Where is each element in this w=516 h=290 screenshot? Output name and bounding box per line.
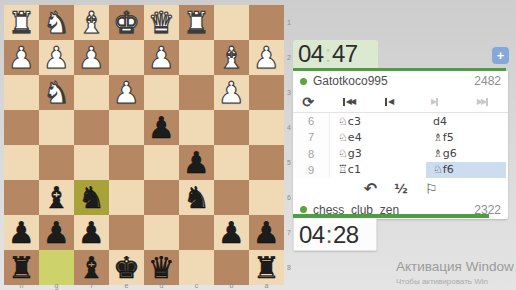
square-e6[interactable] — [109, 180, 144, 215]
square-f4[interactable] — [74, 110, 109, 145]
square-g4[interactable] — [39, 110, 74, 145]
square-h5[interactable] — [4, 145, 39, 180]
black-pawn-icon: ♟ — [39, 215, 74, 250]
square-a3[interactable] — [249, 75, 284, 110]
square-b2[interactable]: ♝ — [214, 40, 249, 75]
white-bishop-icon: ♝ — [214, 40, 249, 75]
move-white-7[interactable]: ♘e4 — [330, 129, 426, 145]
accent-bar-top — [293, 68, 506, 71]
online-indicator — [300, 78, 307, 85]
game-panel-card: Gatotkoco995 2482 ⟳◀◀◀▶▶▶ 6♘c3d47♘e4♗f58… — [293, 71, 508, 219]
square-h6[interactable] — [4, 180, 39, 215]
square-c2[interactable] — [179, 40, 214, 75]
opponent-clock: 04:47 — [293, 40, 378, 68]
move-black-7[interactable]: ♗f5 — [426, 129, 506, 145]
white-knight-icon: ♞ — [39, 5, 74, 40]
square-d4[interactable]: ♟ — [144, 110, 179, 145]
game-action-buttons: ↶½⚐ — [293, 178, 508, 199]
file-label-d: d — [144, 282, 179, 290]
square-g1[interactable]: ♞ — [39, 5, 74, 40]
clock-colon: : — [325, 221, 333, 249]
white-king-icon: ♚ — [109, 5, 144, 40]
square-h1[interactable]: ♜ — [4, 5, 39, 40]
move-list: 6♘c3d47♘e4♗f58♘g3♗g69♖c1♘f6 — [293, 112, 508, 178]
move-number: 8 — [293, 146, 330, 162]
black-pawn-icon: ♟ — [249, 215, 284, 250]
square-g8[interactable] — [39, 250, 74, 285]
square-d6[interactable] — [144, 180, 179, 215]
square-g6[interactable]: ♝ — [39, 180, 74, 215]
square-c5[interactable]: ♟ — [179, 145, 214, 180]
clock-minutes: 04 — [299, 221, 325, 249]
file-label-a: a — [249, 282, 284, 290]
go-last-icon: ▶▶ — [472, 91, 494, 112]
takeback-icon[interactable]: ↶ — [364, 181, 377, 197]
add-time-button[interactable]: + — [492, 47, 509, 64]
square-e4[interactable] — [109, 110, 144, 145]
black-pawn-icon: ♟ — [74, 215, 109, 250]
square-f8[interactable]: ♝ — [74, 250, 109, 285]
square-b1[interactable] — [214, 5, 249, 40]
file-labels: hgfedcba — [4, 282, 284, 290]
move-number: 9 — [293, 162, 330, 178]
rank-label-8: 8 — [287, 250, 295, 285]
file-label-c: c — [179, 282, 214, 290]
white-rook-icon: ♜ — [4, 5, 39, 40]
square-f2[interactable]: ♟ — [74, 40, 109, 75]
white-pawn-icon: ♟ — [144, 40, 179, 75]
move-white-8[interactable]: ♘g3 — [330, 146, 426, 162]
file-label-g: g — [39, 282, 74, 290]
square-b7[interactable]: ♟ — [214, 215, 249, 250]
move-number: 7 — [293, 129, 330, 145]
move-black-9[interactable]: ♘f6 — [426, 162, 506, 178]
square-e2[interactable] — [109, 40, 144, 75]
black-knight-icon: ♞ — [179, 180, 214, 215]
square-a7[interactable]: ♟ — [249, 215, 284, 250]
square-d8[interactable]: ♛ — [144, 250, 179, 285]
white-pawn-icon: ♟ — [109, 75, 144, 110]
watermark-line1: Активация Window — [396, 259, 514, 274]
resign-flag-icon[interactable]: ⚐ — [425, 182, 438, 196]
white-pawn-icon: ♟ — [214, 75, 249, 110]
black-rook-icon: ♜ — [249, 250, 284, 285]
file-label-b: b — [214, 282, 249, 290]
square-e3[interactable]: ♟ — [109, 75, 144, 110]
black-knight-icon: ♞ — [74, 180, 109, 215]
square-f5[interactable] — [74, 145, 109, 180]
square-f1[interactable]: ♝ — [74, 5, 109, 40]
square-d3[interactable] — [144, 75, 179, 110]
player-clock: 04:28 — [293, 219, 377, 251]
square-b6[interactable] — [214, 180, 249, 215]
square-d2[interactable]: ♟ — [144, 40, 179, 75]
square-a8[interactable]: ♜ — [249, 250, 284, 285]
white-knight-icon: ♞ — [39, 75, 74, 110]
square-e5[interactable] — [109, 145, 144, 180]
square-h4[interactable] — [4, 110, 39, 145]
windows-activation-watermark: Активация Window Чтобы активировать Win — [396, 259, 514, 286]
square-a4[interactable] — [249, 110, 284, 145]
square-d7[interactable] — [144, 215, 179, 250]
chess-board: ♜♞♝♚♛♜♟♟♟♟♝♟♞♟♟♟♟♝♞♞♟♟♟♟♟♜♝♚♛♜ — [4, 5, 284, 285]
white-pawn-icon: ♟ — [249, 40, 284, 75]
square-f6[interactable]: ♞ — [74, 180, 109, 215]
square-e7[interactable] — [109, 215, 144, 250]
square-e8[interactable]: ♚ — [109, 250, 144, 285]
move-white-9[interactable]: ♖c1 — [330, 162, 426, 178]
online-indicator — [300, 206, 307, 213]
square-a5[interactable] — [249, 145, 284, 180]
white-rook-icon: ♜ — [179, 5, 214, 40]
square-b3[interactable]: ♟ — [214, 75, 249, 110]
move-number: 6 — [293, 113, 330, 129]
square-b5[interactable] — [214, 145, 249, 180]
square-c4[interactable] — [179, 110, 214, 145]
black-bishop-icon: ♝ — [74, 250, 109, 285]
square-b4[interactable] — [214, 110, 249, 145]
go-next-icon: ▶ — [424, 91, 446, 112]
square-g2[interactable]: ♟ — [39, 40, 74, 75]
square-c8[interactable] — [179, 250, 214, 285]
square-f7[interactable]: ♟ — [74, 215, 109, 250]
black-pawn-icon: ♟ — [4, 215, 39, 250]
white-pawn-icon: ♟ — [74, 40, 109, 75]
clock-minutes: 04 — [298, 40, 324, 68]
square-d1[interactable]: ♛ — [144, 5, 179, 40]
black-pawn-icon: ♟ — [214, 215, 249, 250]
square-g3[interactable]: ♞ — [39, 75, 74, 110]
watermark-line2: Чтобы активировать Win — [396, 277, 514, 286]
square-g5[interactable] — [39, 145, 74, 180]
square-a1[interactable] — [249, 5, 284, 40]
square-e1[interactable]: ♚ — [109, 5, 144, 40]
black-pawn-icon: ♟ — [179, 145, 214, 180]
flip-board-icon[interactable]: ⟳ — [297, 91, 319, 112]
opponent-row[interactable]: Gatotkoco995 2482 — [293, 71, 508, 91]
accent-bar-bottom — [293, 214, 489, 218]
go-first-icon[interactable]: ◀◀ — [337, 91, 359, 112]
square-b8[interactable] — [214, 250, 249, 285]
move-white-6[interactable]: ♘c3 — [330, 113, 426, 129]
opponent-rating: 2482 — [474, 74, 501, 88]
square-c1[interactable]: ♜ — [179, 5, 214, 40]
file-label-e: e — [109, 282, 144, 290]
square-h7[interactable]: ♟ — [4, 215, 39, 250]
square-a6[interactable] — [249, 180, 284, 215]
white-bishop-icon: ♝ — [74, 5, 109, 40]
move-navigation: ⟳◀◀◀▶▶▶ — [293, 91, 508, 112]
chess-game-screen: ♜♞♝♚♛♜♟♟♟♟♝♟♞♟♟♟♟♝♞♞♟♟♟♟♟♜♝♚♛♜ 12345678 … — [0, 0, 516, 290]
square-a2[interactable]: ♟ — [249, 40, 284, 75]
square-h3[interactable] — [4, 75, 39, 110]
square-f3[interactable] — [74, 75, 109, 110]
opponent-name: Gatotkoco995 — [313, 74, 468, 88]
move-black-6[interactable]: d4 — [426, 113, 506, 129]
file-label-f: f — [74, 282, 109, 290]
clock-seconds: 47 — [332, 40, 358, 68]
square-c3[interactable] — [179, 75, 214, 110]
square-d5[interactable] — [144, 145, 179, 180]
offer-draw-icon[interactable]: ½ — [394, 182, 407, 195]
square-c6[interactable]: ♞ — [179, 180, 214, 215]
black-queen-icon: ♛ — [144, 250, 179, 285]
rank-label-1: 1 — [287, 5, 295, 40]
white-queen-icon: ♛ — [144, 5, 179, 40]
square-h2[interactable]: ♟ — [4, 40, 39, 75]
move-black-8[interactable]: ♗g6 — [426, 146, 506, 162]
black-bishop-icon: ♝ — [39, 180, 74, 215]
black-king-icon: ♚ — [109, 250, 144, 285]
white-pawn-icon: ♟ — [4, 40, 39, 75]
black-rook-icon: ♜ — [4, 250, 39, 285]
clock-colon: : — [324, 40, 332, 68]
square-h8[interactable]: ♜ — [4, 250, 39, 285]
go-previous-icon[interactable]: ◀ — [377, 91, 399, 112]
square-g7[interactable]: ♟ — [39, 215, 74, 250]
clock-seconds: 28 — [333, 221, 359, 249]
file-label-h: h — [4, 282, 39, 290]
black-pawn-icon: ♟ — [144, 110, 179, 145]
square-c7[interactable] — [179, 215, 214, 250]
white-pawn-icon: ♟ — [39, 40, 74, 75]
